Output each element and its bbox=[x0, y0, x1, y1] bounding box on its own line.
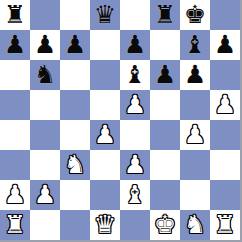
chess-board: ♜♛♜♚♟♟♟♟♝♟♞♝♟♟♟♟♟♟♞♟♟♟♝♜♛♚♞♜ bbox=[0, 0, 242, 242]
square-h8[interactable] bbox=[210, 0, 240, 30]
square-c6[interactable] bbox=[60, 60, 90, 90]
white-pawn-h5[interactable]: ♟ bbox=[214, 90, 236, 120]
square-g5[interactable] bbox=[180, 90, 210, 120]
square-h3[interactable] bbox=[210, 150, 240, 180]
square-d8[interactable]: ♛ bbox=[90, 0, 120, 30]
square-d3[interactable] bbox=[90, 150, 120, 180]
square-e8[interactable] bbox=[120, 0, 150, 30]
square-e5[interactable]: ♟ bbox=[120, 90, 150, 120]
black-pawn-g6[interactable]: ♟ bbox=[184, 60, 206, 90]
white-king-f1[interactable]: ♚ bbox=[154, 210, 176, 240]
square-b6[interactable]: ♞ bbox=[30, 60, 60, 90]
square-f4[interactable] bbox=[150, 120, 180, 150]
square-e7[interactable]: ♟ bbox=[120, 30, 150, 60]
square-b2[interactable]: ♟ bbox=[30, 180, 60, 210]
white-bishop-e2[interactable]: ♝ bbox=[124, 180, 146, 210]
black-knight-b6[interactable]: ♞ bbox=[34, 60, 56, 90]
square-g8[interactable]: ♚ bbox=[180, 0, 210, 30]
square-a5[interactable] bbox=[0, 90, 30, 120]
white-knight-g1[interactable]: ♞ bbox=[184, 210, 206, 240]
square-c7[interactable]: ♟ bbox=[60, 30, 90, 60]
black-queen-d8[interactable]: ♛ bbox=[94, 0, 116, 30]
square-d2[interactable] bbox=[90, 180, 120, 210]
square-f8[interactable]: ♜ bbox=[150, 0, 180, 30]
square-a2[interactable]: ♟ bbox=[0, 180, 30, 210]
square-d4[interactable]: ♟ bbox=[90, 120, 120, 150]
square-b3[interactable] bbox=[30, 150, 60, 180]
square-b8[interactable] bbox=[30, 0, 60, 30]
black-pawn-b7[interactable]: ♟ bbox=[34, 30, 56, 60]
white-rook-a1[interactable]: ♜ bbox=[4, 210, 26, 240]
white-pawn-b2[interactable]: ♟ bbox=[34, 180, 56, 210]
white-pawn-d4[interactable]: ♟ bbox=[94, 120, 116, 150]
square-f1[interactable]: ♚ bbox=[150, 210, 180, 240]
black-pawn-a7[interactable]: ♟ bbox=[4, 30, 26, 60]
square-e2[interactable]: ♝ bbox=[120, 180, 150, 210]
square-e6[interactable]: ♝ bbox=[120, 60, 150, 90]
square-c3[interactable]: ♞ bbox=[60, 150, 90, 180]
square-d1[interactable]: ♛ bbox=[90, 210, 120, 240]
black-pawn-h7[interactable]: ♟ bbox=[214, 30, 236, 60]
square-b5[interactable] bbox=[30, 90, 60, 120]
square-d6[interactable] bbox=[90, 60, 120, 90]
square-h2[interactable] bbox=[210, 180, 240, 210]
square-g7[interactable]: ♝ bbox=[180, 30, 210, 60]
square-g6[interactable]: ♟ bbox=[180, 60, 210, 90]
square-g1[interactable]: ♞ bbox=[180, 210, 210, 240]
square-f6[interactable]: ♟ bbox=[150, 60, 180, 90]
square-g3[interactable] bbox=[180, 150, 210, 180]
square-h6[interactable] bbox=[210, 60, 240, 90]
square-a4[interactable] bbox=[0, 120, 30, 150]
square-f2[interactable] bbox=[150, 180, 180, 210]
square-c2[interactable] bbox=[60, 180, 90, 210]
square-a6[interactable] bbox=[0, 60, 30, 90]
square-e3[interactable]: ♟ bbox=[120, 150, 150, 180]
square-h4[interactable] bbox=[210, 120, 240, 150]
square-e1[interactable] bbox=[120, 210, 150, 240]
white-pawn-g4[interactable]: ♟ bbox=[184, 120, 206, 150]
square-h1[interactable]: ♜ bbox=[210, 210, 240, 240]
black-bishop-e6[interactable]: ♝ bbox=[124, 60, 146, 90]
square-h7[interactable]: ♟ bbox=[210, 30, 240, 60]
square-e4[interactable] bbox=[120, 120, 150, 150]
square-f3[interactable] bbox=[150, 150, 180, 180]
white-knight-c3[interactable]: ♞ bbox=[64, 150, 86, 180]
square-g4[interactable]: ♟ bbox=[180, 120, 210, 150]
black-pawn-e7[interactable]: ♟ bbox=[124, 30, 146, 60]
white-pawn-e3[interactable]: ♟ bbox=[124, 150, 146, 180]
white-pawn-e5[interactable]: ♟ bbox=[124, 90, 146, 120]
square-a7[interactable]: ♟ bbox=[0, 30, 30, 60]
black-bishop-g7[interactable]: ♝ bbox=[184, 30, 206, 60]
square-c4[interactable] bbox=[60, 120, 90, 150]
square-g2[interactable] bbox=[180, 180, 210, 210]
square-b1[interactable] bbox=[30, 210, 60, 240]
square-f7[interactable] bbox=[150, 30, 180, 60]
white-rook-h1[interactable]: ♜ bbox=[214, 210, 236, 240]
black-pawn-f6[interactable]: ♟ bbox=[154, 60, 176, 90]
black-rook-a8[interactable]: ♜ bbox=[4, 0, 26, 30]
square-d7[interactable] bbox=[90, 30, 120, 60]
square-d5[interactable] bbox=[90, 90, 120, 120]
black-pawn-c7[interactable]: ♟ bbox=[64, 30, 86, 60]
white-pawn-a2[interactable]: ♟ bbox=[4, 180, 26, 210]
white-queen-d1[interactable]: ♛ bbox=[94, 210, 116, 240]
square-a1[interactable]: ♜ bbox=[0, 210, 30, 240]
chess-board-widget: ♜♛♜♚♟♟♟♟♝♟♞♝♟♟♟♟♟♟♞♟♟♟♝♜♛♚♞♜ bbox=[0, 0, 242, 242]
black-king-g8[interactable]: ♚ bbox=[184, 0, 206, 30]
square-a8[interactable]: ♜ bbox=[0, 0, 30, 30]
square-h5[interactable]: ♟ bbox=[210, 90, 240, 120]
square-c5[interactable] bbox=[60, 90, 90, 120]
black-rook-f8[interactable]: ♜ bbox=[154, 0, 176, 30]
square-c1[interactable] bbox=[60, 210, 90, 240]
square-c8[interactable] bbox=[60, 0, 90, 30]
square-b7[interactable]: ♟ bbox=[30, 30, 60, 60]
square-a3[interactable] bbox=[0, 150, 30, 180]
square-f5[interactable] bbox=[150, 90, 180, 120]
square-b4[interactable] bbox=[30, 120, 60, 150]
